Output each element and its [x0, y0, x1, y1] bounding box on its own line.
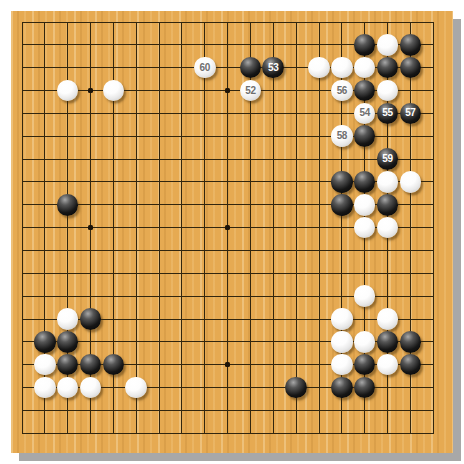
intersection-14-13[interactable] [330, 308, 353, 331]
intersection-7-13[interactable] [170, 308, 193, 331]
intersection-1-9[interactable] [33, 216, 56, 239]
intersection-12-18[interactable] [285, 422, 308, 445]
intersection-3-2[interactable] [79, 56, 102, 79]
intersection-7-8[interactable] [170, 193, 193, 216]
intersection-14-0[interactable] [330, 11, 353, 34]
intersection-0-15[interactable] [11, 353, 34, 376]
intersection-16-0[interactable] [376, 11, 399, 34]
intersection-10-3[interactable]: 52 [239, 79, 262, 102]
intersection-18-12[interactable] [422, 285, 445, 308]
intersection-15-4[interactable]: 54 [353, 102, 376, 125]
intersection-0-18[interactable] [11, 422, 34, 445]
intersection-5-5[interactable] [125, 125, 148, 148]
intersection-4-16[interactable] [102, 376, 125, 399]
intersection-5-15[interactable] [125, 353, 148, 376]
intersection-12-3[interactable] [285, 79, 308, 102]
intersection-13-12[interactable] [308, 285, 331, 308]
intersection-14-12[interactable] [330, 285, 353, 308]
intersection-13-1[interactable] [308, 33, 331, 56]
intersection-14-2[interactable] [330, 56, 353, 79]
intersection-8-5[interactable] [193, 125, 216, 148]
intersection-3-5[interactable] [79, 125, 102, 148]
intersection-17-6[interactable] [399, 148, 422, 171]
intersection-14-9[interactable] [330, 216, 353, 239]
intersection-2-6[interactable] [56, 148, 79, 171]
intersection-4-18[interactable] [102, 422, 125, 445]
intersection-4-17[interactable] [102, 399, 125, 422]
intersection-16-12[interactable] [376, 285, 399, 308]
intersection-17-5[interactable] [399, 125, 422, 148]
intersection-8-13[interactable] [193, 308, 216, 331]
intersection-6-15[interactable] [148, 353, 171, 376]
intersection-2-18[interactable] [56, 422, 79, 445]
intersection-7-18[interactable] [170, 422, 193, 445]
intersection-3-13[interactable] [79, 308, 102, 331]
intersection-5-18[interactable] [125, 422, 148, 445]
intersection-15-6[interactable] [353, 148, 376, 171]
intersection-6-17[interactable] [148, 399, 171, 422]
intersection-11-9[interactable] [262, 216, 285, 239]
intersection-11-4[interactable] [262, 102, 285, 125]
intersection-5-0[interactable] [125, 11, 148, 34]
intersection-8-0[interactable] [193, 11, 216, 34]
intersection-4-2[interactable] [102, 56, 125, 79]
intersection-8-17[interactable] [193, 399, 216, 422]
intersection-7-14[interactable] [170, 330, 193, 353]
intersection-1-0[interactable] [33, 11, 56, 34]
intersection-17-15[interactable] [399, 353, 422, 376]
intersection-17-10[interactable] [399, 239, 422, 262]
intersection-10-12[interactable] [239, 285, 262, 308]
intersection-4-4[interactable] [102, 102, 125, 125]
intersection-10-18[interactable] [239, 422, 262, 445]
intersection-11-15[interactable] [262, 353, 285, 376]
intersection-6-14[interactable] [148, 330, 171, 353]
intersection-3-6[interactable] [79, 148, 102, 171]
intersection-5-17[interactable] [125, 399, 148, 422]
intersection-8-11[interactable] [193, 262, 216, 285]
intersection-12-4[interactable] [285, 102, 308, 125]
intersection-0-2[interactable] [11, 56, 34, 79]
intersection-9-7[interactable] [216, 170, 239, 193]
intersection-0-1[interactable] [11, 33, 34, 56]
intersection-1-1[interactable] [33, 33, 56, 56]
intersection-5-3[interactable] [125, 79, 148, 102]
intersection-14-10[interactable] [330, 239, 353, 262]
intersection-6-13[interactable] [148, 308, 171, 331]
intersection-16-15[interactable] [376, 353, 399, 376]
intersection-10-1[interactable] [239, 33, 262, 56]
intersection-12-10[interactable] [285, 239, 308, 262]
intersection-10-5[interactable] [239, 125, 262, 148]
intersection-15-2[interactable] [353, 56, 376, 79]
intersection-2-4[interactable] [56, 102, 79, 125]
intersection-5-4[interactable] [125, 102, 148, 125]
intersection-1-2[interactable] [33, 56, 56, 79]
intersection-6-12[interactable] [148, 285, 171, 308]
intersection-18-9[interactable] [422, 216, 445, 239]
intersection-12-2[interactable] [285, 56, 308, 79]
intersection-13-16[interactable] [308, 376, 331, 399]
intersection-17-12[interactable] [399, 285, 422, 308]
intersection-15-3[interactable] [353, 79, 376, 102]
intersection-9-11[interactable] [216, 262, 239, 285]
intersection-14-17[interactable] [330, 399, 353, 422]
intersection-6-1[interactable] [148, 33, 171, 56]
intersection-17-13[interactable] [399, 308, 422, 331]
intersection-10-16[interactable] [239, 376, 262, 399]
intersection-1-6[interactable] [33, 148, 56, 171]
intersection-17-8[interactable] [399, 193, 422, 216]
intersection-1-16[interactable] [33, 376, 56, 399]
intersection-11-17[interactable] [262, 399, 285, 422]
intersection-11-11[interactable] [262, 262, 285, 285]
intersection-12-15[interactable] [285, 353, 308, 376]
intersection-8-14[interactable] [193, 330, 216, 353]
intersection-8-12[interactable] [193, 285, 216, 308]
intersection-12-14[interactable] [285, 330, 308, 353]
intersection-13-7[interactable] [308, 170, 331, 193]
intersection-11-13[interactable] [262, 308, 285, 331]
intersection-12-11[interactable] [285, 262, 308, 285]
intersection-9-2[interactable] [216, 56, 239, 79]
intersection-8-6[interactable] [193, 148, 216, 171]
intersection-11-5[interactable] [262, 125, 285, 148]
intersection-12-16[interactable] [285, 376, 308, 399]
intersection-11-18[interactable] [262, 422, 285, 445]
intersection-4-1[interactable] [102, 33, 125, 56]
intersection-18-16[interactable] [422, 376, 445, 399]
intersection-14-16[interactable] [330, 376, 353, 399]
intersection-2-2[interactable] [56, 56, 79, 79]
intersection-14-7[interactable] [330, 170, 353, 193]
intersection-5-11[interactable] [125, 262, 148, 285]
intersection-11-10[interactable] [262, 239, 285, 262]
intersection-17-4[interactable]: 57 [399, 102, 422, 125]
intersection-5-9[interactable] [125, 216, 148, 239]
intersection-11-12[interactable] [262, 285, 285, 308]
intersection-0-8[interactable] [11, 193, 34, 216]
intersection-2-1[interactable] [56, 33, 79, 56]
intersection-2-15[interactable] [56, 353, 79, 376]
intersection-1-15[interactable] [33, 353, 56, 376]
intersection-7-6[interactable] [170, 148, 193, 171]
intersection-12-1[interactable] [285, 33, 308, 56]
intersection-10-14[interactable] [239, 330, 262, 353]
intersection-6-0[interactable] [148, 11, 171, 34]
intersection-18-3[interactable] [422, 79, 445, 102]
intersection-15-11[interactable] [353, 262, 376, 285]
intersection-9-1[interactable] [216, 33, 239, 56]
intersection-2-10[interactable] [56, 239, 79, 262]
intersection-11-7[interactable] [262, 170, 285, 193]
intersection-3-18[interactable] [79, 422, 102, 445]
intersection-6-6[interactable] [148, 148, 171, 171]
intersection-13-14[interactable] [308, 330, 331, 353]
intersection-5-8[interactable] [125, 193, 148, 216]
intersection-7-10[interactable] [170, 239, 193, 262]
intersection-17-17[interactable] [399, 399, 422, 422]
intersection-9-12[interactable] [216, 285, 239, 308]
intersection-9-18[interactable] [216, 422, 239, 445]
intersection-9-14[interactable] [216, 330, 239, 353]
intersection-9-8[interactable] [216, 193, 239, 216]
intersection-9-3[interactable] [216, 79, 239, 102]
intersection-5-1[interactable] [125, 33, 148, 56]
intersection-10-13[interactable] [239, 308, 262, 331]
intersection-17-3[interactable] [399, 79, 422, 102]
intersection-15-8[interactable] [353, 193, 376, 216]
intersection-2-9[interactable] [56, 216, 79, 239]
intersection-2-3[interactable] [56, 79, 79, 102]
intersection-7-17[interactable] [170, 399, 193, 422]
intersection-0-6[interactable] [11, 148, 34, 171]
intersection-16-16[interactable] [376, 376, 399, 399]
intersection-16-9[interactable] [376, 216, 399, 239]
intersection-11-16[interactable] [262, 376, 285, 399]
intersection-18-5[interactable] [422, 125, 445, 148]
intersection-4-7[interactable] [102, 170, 125, 193]
intersection-0-16[interactable] [11, 376, 34, 399]
intersection-1-13[interactable] [33, 308, 56, 331]
intersection-0-9[interactable] [11, 216, 34, 239]
intersection-0-13[interactable] [11, 308, 34, 331]
intersection-3-8[interactable] [79, 193, 102, 216]
intersection-4-6[interactable] [102, 148, 125, 171]
intersection-9-5[interactable] [216, 125, 239, 148]
intersection-14-5[interactable]: 58 [330, 125, 353, 148]
intersection-7-2[interactable] [170, 56, 193, 79]
intersection-17-1[interactable] [399, 33, 422, 56]
intersection-6-2[interactable] [148, 56, 171, 79]
intersection-16-2[interactable] [376, 56, 399, 79]
intersection-13-3[interactable] [308, 79, 331, 102]
intersection-15-13[interactable] [353, 308, 376, 331]
intersection-0-17[interactable] [11, 399, 34, 422]
intersection-13-0[interactable] [308, 11, 331, 34]
intersection-8-16[interactable] [193, 376, 216, 399]
intersection-1-5[interactable] [33, 125, 56, 148]
intersection-14-8[interactable] [330, 193, 353, 216]
intersection-9-15[interactable] [216, 353, 239, 376]
intersection-10-6[interactable] [239, 148, 262, 171]
intersection-4-10[interactable] [102, 239, 125, 262]
intersection-4-14[interactable] [102, 330, 125, 353]
intersection-2-13[interactable] [56, 308, 79, 331]
intersection-8-9[interactable] [193, 216, 216, 239]
intersection-10-9[interactable] [239, 216, 262, 239]
intersection-8-18[interactable] [193, 422, 216, 445]
intersection-10-17[interactable] [239, 399, 262, 422]
intersection-3-10[interactable] [79, 239, 102, 262]
intersection-12-17[interactable] [285, 399, 308, 422]
intersection-2-16[interactable] [56, 376, 79, 399]
intersection-14-4[interactable] [330, 102, 353, 125]
intersection-16-13[interactable] [376, 308, 399, 331]
intersection-16-3[interactable] [376, 79, 399, 102]
intersection-15-1[interactable] [353, 33, 376, 56]
intersection-7-5[interactable] [170, 125, 193, 148]
intersection-17-2[interactable] [399, 56, 422, 79]
intersection-18-0[interactable] [422, 11, 445, 34]
intersection-16-14[interactable] [376, 330, 399, 353]
intersection-8-3[interactable] [193, 79, 216, 102]
intersection-14-1[interactable] [330, 33, 353, 56]
intersection-2-14[interactable] [56, 330, 79, 353]
intersection-17-14[interactable] [399, 330, 422, 353]
intersection-4-15[interactable] [102, 353, 125, 376]
intersection-8-10[interactable] [193, 239, 216, 262]
intersection-10-15[interactable] [239, 353, 262, 376]
intersection-18-10[interactable] [422, 239, 445, 262]
intersection-18-11[interactable] [422, 262, 445, 285]
intersection-4-3[interactable] [102, 79, 125, 102]
intersection-15-18[interactable] [353, 422, 376, 445]
intersection-2-11[interactable] [56, 262, 79, 285]
intersection-8-1[interactable] [193, 33, 216, 56]
intersection-15-10[interactable] [353, 239, 376, 262]
intersection-10-4[interactable] [239, 102, 262, 125]
intersection-3-12[interactable] [79, 285, 102, 308]
intersection-2-17[interactable] [56, 399, 79, 422]
intersection-3-16[interactable] [79, 376, 102, 399]
intersection-18-1[interactable] [422, 33, 445, 56]
intersection-11-8[interactable] [262, 193, 285, 216]
intersection-12-12[interactable] [285, 285, 308, 308]
intersection-6-5[interactable] [148, 125, 171, 148]
intersection-18-14[interactable] [422, 330, 445, 353]
intersection-16-5[interactable] [376, 125, 399, 148]
intersection-8-15[interactable] [193, 353, 216, 376]
intersection-3-15[interactable] [79, 353, 102, 376]
intersection-8-2[interactable]: 60 [193, 56, 216, 79]
intersection-12-5[interactable] [285, 125, 308, 148]
intersection-18-15[interactable] [422, 353, 445, 376]
intersection-4-8[interactable] [102, 193, 125, 216]
intersection-16-18[interactable] [376, 422, 399, 445]
intersection-5-10[interactable] [125, 239, 148, 262]
intersection-7-16[interactable] [170, 376, 193, 399]
intersection-10-11[interactable] [239, 262, 262, 285]
intersection-1-7[interactable] [33, 170, 56, 193]
intersection-0-11[interactable] [11, 262, 34, 285]
intersection-3-14[interactable] [79, 330, 102, 353]
intersection-0-4[interactable] [11, 102, 34, 125]
intersection-18-2[interactable] [422, 56, 445, 79]
intersection-3-0[interactable] [79, 11, 102, 34]
intersection-7-1[interactable] [170, 33, 193, 56]
intersection-13-15[interactable] [308, 353, 331, 376]
intersection-11-6[interactable] [262, 148, 285, 171]
intersection-14-11[interactable] [330, 262, 353, 285]
intersection-13-8[interactable] [308, 193, 331, 216]
intersection-12-7[interactable] [285, 170, 308, 193]
intersection-3-7[interactable] [79, 170, 102, 193]
intersection-0-10[interactable] [11, 239, 34, 262]
intersection-15-7[interactable] [353, 170, 376, 193]
intersection-15-0[interactable] [353, 11, 376, 34]
intersection-0-0[interactable] [11, 11, 34, 34]
intersection-18-4[interactable] [422, 102, 445, 125]
intersection-5-12[interactable] [125, 285, 148, 308]
intersection-16-10[interactable] [376, 239, 399, 262]
intersection-9-0[interactable] [216, 11, 239, 34]
intersection-12-9[interactable] [285, 216, 308, 239]
intersection-8-8[interactable] [193, 193, 216, 216]
intersection-14-18[interactable] [330, 422, 353, 445]
intersection-11-14[interactable] [262, 330, 285, 353]
intersection-16-8[interactable] [376, 193, 399, 216]
intersection-18-17[interactable] [422, 399, 445, 422]
intersection-16-11[interactable] [376, 262, 399, 285]
intersection-9-10[interactable] [216, 239, 239, 262]
intersection-3-11[interactable] [79, 262, 102, 285]
intersection-4-0[interactable] [102, 11, 125, 34]
intersection-5-6[interactable] [125, 148, 148, 171]
intersection-1-10[interactable] [33, 239, 56, 262]
intersection-15-9[interactable] [353, 216, 376, 239]
intersection-12-13[interactable] [285, 308, 308, 331]
intersection-18-6[interactable] [422, 148, 445, 171]
intersection-6-10[interactable] [148, 239, 171, 262]
intersection-7-9[interactable] [170, 216, 193, 239]
intersection-9-6[interactable] [216, 148, 239, 171]
intersection-9-9[interactable] [216, 216, 239, 239]
intersection-6-11[interactable] [148, 262, 171, 285]
intersection-1-11[interactable] [33, 262, 56, 285]
intersection-7-7[interactable] [170, 170, 193, 193]
intersection-15-14[interactable] [353, 330, 376, 353]
intersection-1-18[interactable] [33, 422, 56, 445]
intersection-18-13[interactable] [422, 308, 445, 331]
intersection-15-5[interactable] [353, 125, 376, 148]
intersection-15-16[interactable] [353, 376, 376, 399]
intersection-17-0[interactable] [399, 11, 422, 34]
intersection-15-15[interactable] [353, 353, 376, 376]
intersection-0-5[interactable] [11, 125, 34, 148]
intersection-17-11[interactable] [399, 262, 422, 285]
intersection-17-18[interactable] [399, 422, 422, 445]
intersection-16-6[interactable]: 59 [376, 148, 399, 171]
intersection-5-16[interactable] [125, 376, 148, 399]
intersection-14-6[interactable] [330, 148, 353, 171]
intersection-12-6[interactable] [285, 148, 308, 171]
intersection-12-8[interactable] [285, 193, 308, 216]
intersection-2-7[interactable] [56, 170, 79, 193]
intersection-14-15[interactable] [330, 353, 353, 376]
intersection-12-0[interactable] [285, 11, 308, 34]
intersection-18-7[interactable] [422, 170, 445, 193]
intersection-11-0[interactable] [262, 11, 285, 34]
intersection-13-17[interactable] [308, 399, 331, 422]
intersection-0-12[interactable] [11, 285, 34, 308]
intersection-9-13[interactable] [216, 308, 239, 331]
intersection-17-16[interactable] [399, 376, 422, 399]
intersection-7-12[interactable] [170, 285, 193, 308]
intersection-5-13[interactable] [125, 308, 148, 331]
intersection-6-3[interactable] [148, 79, 171, 102]
intersection-18-18[interactable] [422, 422, 445, 445]
intersection-7-11[interactable] [170, 262, 193, 285]
intersection-1-12[interactable] [33, 285, 56, 308]
intersection-8-4[interactable] [193, 102, 216, 125]
intersection-6-16[interactable] [148, 376, 171, 399]
intersection-1-4[interactable] [33, 102, 56, 125]
intersection-13-11[interactable] [308, 262, 331, 285]
intersection-10-10[interactable] [239, 239, 262, 262]
intersection-13-9[interactable] [308, 216, 331, 239]
intersection-13-4[interactable] [308, 102, 331, 125]
